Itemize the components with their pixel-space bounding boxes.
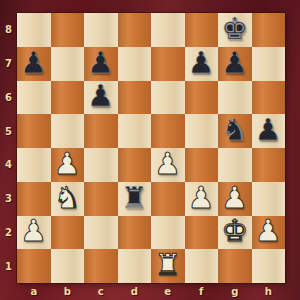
rank-label-4: 4: [0, 148, 17, 182]
rank-label-8: 8: [0, 13, 17, 47]
square-a8[interactable]: [17, 13, 51, 47]
square-f4[interactable]: [185, 148, 219, 182]
rank-label-6: 6: [0, 81, 17, 115]
square-g6[interactable]: [218, 81, 252, 115]
square-b3[interactable]: ♞: [51, 182, 85, 216]
black-pawn[interactable]: ♟: [255, 115, 282, 145]
square-c2[interactable]: [84, 216, 118, 250]
square-h6[interactable]: [252, 81, 286, 115]
square-e8[interactable]: [151, 13, 185, 47]
file-label-f: f: [185, 283, 219, 300]
square-a3[interactable]: [17, 182, 51, 216]
square-c3[interactable]: [84, 182, 118, 216]
square-d7[interactable]: [118, 47, 152, 81]
square-f6[interactable]: [185, 81, 219, 115]
white-pawn[interactable]: ♟: [221, 183, 248, 213]
square-b1[interactable]: [51, 249, 85, 283]
square-g8[interactable]: ♚: [218, 13, 252, 47]
square-g7[interactable]: ♟: [218, 47, 252, 81]
square-d1[interactable]: [118, 249, 152, 283]
square-h3[interactable]: [252, 182, 286, 216]
square-g2[interactable]: ♚: [218, 216, 252, 250]
rank-label-1: 1: [0, 249, 17, 283]
square-a4[interactable]: [17, 148, 51, 182]
white-king[interactable]: ♚: [221, 216, 248, 246]
white-pawn[interactable]: ♟: [188, 183, 215, 213]
square-c6[interactable]: ♟: [84, 81, 118, 115]
white-pawn[interactable]: ♟: [20, 216, 47, 246]
file-label-d: d: [118, 283, 152, 300]
square-h4[interactable]: [252, 148, 286, 182]
black-rook[interactable]: ♜: [121, 183, 148, 213]
square-d5[interactable]: [118, 114, 152, 148]
square-g1[interactable]: [218, 249, 252, 283]
rank-label-2: 2: [0, 216, 17, 250]
black-pawn[interactable]: ♟: [221, 48, 248, 78]
square-e7[interactable]: [151, 47, 185, 81]
square-c7[interactable]: ♟: [84, 47, 118, 81]
file-label-g: g: [218, 283, 252, 300]
black-pawn[interactable]: ♟: [20, 48, 47, 78]
white-pawn[interactable]: ♟: [255, 216, 282, 246]
square-a5[interactable]: [17, 114, 51, 148]
square-d3[interactable]: ♜: [118, 182, 152, 216]
square-h8[interactable]: [252, 13, 286, 47]
square-a2[interactable]: ♟: [17, 216, 51, 250]
white-knight[interactable]: ♞: [54, 183, 81, 213]
file-label-h: h: [252, 283, 286, 300]
square-f1[interactable]: [185, 249, 219, 283]
white-pawn[interactable]: ♟: [54, 149, 81, 179]
square-h5[interactable]: ♟: [252, 114, 286, 148]
square-f2[interactable]: [185, 216, 219, 250]
square-f7[interactable]: ♟: [185, 47, 219, 81]
rank-labels: 87654321: [0, 13, 17, 283]
square-c1[interactable]: [84, 249, 118, 283]
file-labels: abcdefgh: [17, 283, 285, 300]
square-e4[interactable]: ♟: [151, 148, 185, 182]
square-a1[interactable]: [17, 249, 51, 283]
file-label-a: a: [17, 283, 51, 300]
square-c5[interactable]: [84, 114, 118, 148]
square-b8[interactable]: [51, 13, 85, 47]
square-b7[interactable]: [51, 47, 85, 81]
white-pawn[interactable]: ♟: [154, 149, 181, 179]
square-e1[interactable]: ♜: [151, 249, 185, 283]
square-d8[interactable]: [118, 13, 152, 47]
square-a7[interactable]: ♟: [17, 47, 51, 81]
file-label-e: e: [151, 283, 185, 300]
rank-label-7: 7: [0, 47, 17, 81]
rank-label-5: 5: [0, 114, 17, 148]
square-h7[interactable]: [252, 47, 286, 81]
chess-board[interactable]: ♚♟♟♟♟♟♞♟♟♟♞♜♟♟♟♚♟♜: [17, 13, 285, 283]
file-label-b: b: [51, 283, 85, 300]
black-pawn[interactable]: ♟: [188, 48, 215, 78]
square-d6[interactable]: [118, 81, 152, 115]
square-d4[interactable]: [118, 148, 152, 182]
square-g4[interactable]: [218, 148, 252, 182]
black-king[interactable]: ♚: [221, 14, 248, 44]
chess-board-widget: 87654321 abcdefgh ♚♟♟♟♟♟♞♟♟♟♞♜♟♟♟♚♟♜: [0, 0, 300, 300]
square-g5[interactable]: ♞: [218, 114, 252, 148]
square-b2[interactable]: [51, 216, 85, 250]
square-g3[interactable]: ♟: [218, 182, 252, 216]
square-e6[interactable]: [151, 81, 185, 115]
square-d2[interactable]: [118, 216, 152, 250]
square-e5[interactable]: [151, 114, 185, 148]
square-c4[interactable]: [84, 148, 118, 182]
square-f8[interactable]: [185, 13, 219, 47]
square-h2[interactable]: ♟: [252, 216, 286, 250]
black-pawn[interactable]: ♟: [87, 81, 114, 111]
square-f3[interactable]: ♟: [185, 182, 219, 216]
square-e3[interactable]: [151, 182, 185, 216]
white-rook[interactable]: ♜: [154, 250, 181, 280]
rank-label-3: 3: [0, 182, 17, 216]
file-label-c: c: [84, 283, 118, 300]
square-c8[interactable]: [84, 13, 118, 47]
black-pawn[interactable]: ♟: [87, 48, 114, 78]
square-f5[interactable]: [185, 114, 219, 148]
square-h1[interactable]: [252, 249, 286, 283]
square-e2[interactable]: [151, 216, 185, 250]
square-b4[interactable]: ♟: [51, 148, 85, 182]
square-b6[interactable]: [51, 81, 85, 115]
black-knight[interactable]: ♞: [221, 115, 248, 145]
square-a6[interactable]: [17, 81, 51, 115]
square-b5[interactable]: [51, 114, 85, 148]
